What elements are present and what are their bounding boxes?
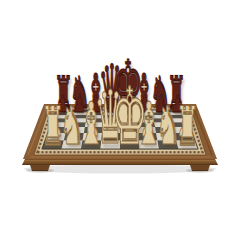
square-b2 bbox=[64, 133, 84, 140]
square-a6 bbox=[53, 115, 71, 118]
square-c1 bbox=[81, 140, 101, 149]
square-e4 bbox=[120, 122, 138, 127]
square-g4 bbox=[154, 122, 172, 127]
square-f1 bbox=[139, 140, 159, 149]
square-b7 bbox=[71, 112, 88, 115]
square-d2 bbox=[101, 133, 120, 140]
square-g7 bbox=[152, 112, 169, 115]
square-c4 bbox=[85, 122, 103, 127]
square-c5 bbox=[86, 118, 103, 122]
square-h2 bbox=[174, 133, 195, 140]
square-e6 bbox=[120, 115, 137, 118]
square-f6 bbox=[136, 115, 153, 118]
square-a4 bbox=[50, 122, 69, 127]
square-a1 bbox=[42, 140, 64, 149]
square-f5 bbox=[137, 118, 154, 122]
square-b5 bbox=[69, 118, 87, 122]
square-f4 bbox=[137, 122, 155, 127]
chess-board bbox=[0, 0, 240, 240]
square-e5 bbox=[120, 118, 137, 122]
square-d5 bbox=[103, 118, 120, 122]
square-d7 bbox=[104, 112, 120, 115]
square-c2 bbox=[83, 133, 102, 140]
square-c3 bbox=[84, 127, 103, 133]
square-h4 bbox=[171, 122, 190, 127]
square-g6 bbox=[153, 115, 170, 118]
square-e2 bbox=[120, 133, 139, 140]
square-c6 bbox=[87, 115, 104, 118]
square-h6 bbox=[169, 115, 187, 118]
square-e7 bbox=[120, 112, 136, 115]
square-d6 bbox=[103, 115, 120, 118]
square-b6 bbox=[70, 115, 87, 118]
square-a3 bbox=[48, 127, 68, 133]
square-h5 bbox=[170, 118, 188, 122]
square-f7 bbox=[136, 112, 153, 115]
square-b4 bbox=[67, 122, 85, 127]
square-d4 bbox=[102, 122, 120, 127]
square-a7 bbox=[54, 112, 71, 115]
square-f3 bbox=[138, 127, 157, 133]
square-f2 bbox=[138, 133, 157, 140]
square-e1 bbox=[120, 140, 140, 149]
square-h1 bbox=[176, 140, 198, 149]
square-g1 bbox=[157, 140, 178, 149]
square-g2 bbox=[156, 133, 176, 140]
square-c7 bbox=[87, 112, 104, 115]
square-b1 bbox=[62, 140, 83, 149]
square-d3 bbox=[102, 127, 120, 133]
square-h7 bbox=[169, 112, 186, 115]
chess-set-product-photo: ♜♞♝♛♚♝♞♜♟♟♟♟♟♟♟♟♟♟♟♟♟♟♟♟♜♞♝♛♚♝♞♜ bbox=[0, 0, 240, 240]
square-d1 bbox=[101, 140, 121, 149]
square-e3 bbox=[120, 127, 138, 133]
square-g5 bbox=[153, 118, 171, 122]
square-a5 bbox=[52, 118, 70, 122]
square-g3 bbox=[155, 127, 174, 133]
ground-shadow bbox=[24, 165, 216, 174]
square-h3 bbox=[173, 127, 193, 133]
square-b3 bbox=[66, 127, 85, 133]
square-a2 bbox=[45, 133, 66, 140]
